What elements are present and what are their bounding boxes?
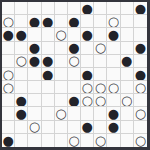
cell-r8c8[interactable]: ○ (94, 94, 107, 107)
cell-r2c11[interactable] (134, 15, 147, 28)
cell-r6c5[interactable] (55, 68, 68, 81)
cell-r5c7[interactable] (81, 55, 94, 68)
cell-r7c6[interactable] (68, 81, 81, 94)
cell-r2c8[interactable] (94, 15, 107, 28)
cell-r2c1[interactable]: ○ (2, 15, 15, 28)
cell-r9c2[interactable]: ● (15, 107, 28, 120)
cell-r2c9[interactable]: ○ (107, 15, 120, 28)
cell-r3c2[interactable]: ● (15, 28, 28, 41)
cell-r5c6[interactable]: ○ (68, 55, 81, 68)
black-pearl: ● (68, 94, 79, 106)
cell-r8c5[interactable] (55, 94, 68, 107)
cell-r7c3[interactable] (28, 81, 41, 94)
cell-r6c8[interactable] (94, 68, 107, 81)
cell-r5c3[interactable]: ● (28, 55, 41, 68)
white-pearl: ○ (55, 28, 66, 40)
cell-r1c10[interactable] (121, 2, 134, 15)
white-pearl: ○ (108, 81, 119, 93)
cell-r7c1[interactable]: ○ (2, 81, 15, 94)
cell-r4c8[interactable]: ○ (94, 42, 107, 55)
white-pearl: ○ (2, 68, 13, 80)
cell-r7c9[interactable]: ○ (107, 81, 120, 94)
cell-r11c8[interactable]: ○ (94, 134, 107, 147)
cell-r9c5[interactable]: ○ (55, 107, 68, 120)
cell-r9c6[interactable] (68, 107, 81, 120)
cell-r10c3[interactable]: ○ (28, 121, 41, 134)
white-pearl: ○ (68, 55, 79, 67)
cell-r4c10[interactable] (121, 42, 134, 55)
cell-r3c7[interactable]: ● (81, 28, 94, 41)
cell-r7c5[interactable] (55, 81, 68, 94)
cell-r7c11[interactable]: ○ (134, 81, 147, 94)
cell-r5c4[interactable]: ● (42, 55, 55, 68)
cell-r8c9[interactable] (107, 94, 120, 107)
black-pearl: ● (42, 55, 53, 67)
cell-r6c6[interactable] (68, 68, 81, 81)
black-pearl: ● (42, 68, 53, 80)
cell-r9c7[interactable] (81, 107, 94, 120)
black-pearl: ● (29, 15, 40, 27)
cell-r10c2[interactable] (15, 121, 28, 134)
cell-r4c5[interactable] (55, 42, 68, 55)
cell-r7c7[interactable]: ○ (81, 81, 94, 94)
cell-r3c6[interactable] (68, 28, 81, 41)
white-pearl: ○ (16, 55, 27, 67)
cell-r5c5[interactable] (55, 55, 68, 68)
cell-r8c2[interactable]: ● (15, 94, 28, 107)
cell-r10c10[interactable] (121, 121, 134, 134)
masyu-board: ●●○●●●○●●○●●●●○●○●●○●○●●●○○○○○●●○○○●○●○○… (0, 0, 150, 150)
black-pearl: ● (68, 15, 79, 27)
cell-r2c6[interactable]: ● (68, 15, 81, 28)
white-pearl: ○ (2, 81, 13, 93)
black-pearl: ● (16, 94, 27, 106)
cell-r7c8[interactable]: ○ (94, 81, 107, 94)
cell-r6c10[interactable] (121, 68, 134, 81)
cell-r5c2[interactable]: ○ (15, 55, 28, 68)
cell-r3c1[interactable]: ● (2, 28, 15, 41)
cell-r10c9[interactable]: ● (107, 121, 120, 134)
white-pearl: ○ (55, 107, 66, 119)
cell-r10c4[interactable] (42, 121, 55, 134)
white-pearl: ○ (29, 121, 40, 133)
cell-r11c7[interactable] (81, 134, 94, 147)
cell-r2c2[interactable] (15, 15, 28, 28)
white-pearl: ○ (95, 42, 106, 54)
cell-r6c1[interactable]: ○ (2, 68, 15, 81)
cell-r11c6[interactable]: ○ (68, 134, 81, 147)
cell-r2c5[interactable] (55, 15, 68, 28)
black-pearl: ● (108, 28, 119, 40)
white-pearl: ○ (121, 94, 132, 106)
cell-r11c9[interactable] (107, 134, 120, 147)
black-pearl: ● (16, 28, 27, 40)
cell-r9c1[interactable] (2, 107, 15, 120)
cell-r4c6[interactable]: ● (68, 42, 81, 55)
cell-r3c10[interactable] (121, 28, 134, 41)
white-pearl: ○ (135, 107, 146, 119)
cell-r8c11[interactable] (134, 94, 147, 107)
black-pearl: ● (29, 55, 40, 67)
cell-r2c10[interactable] (121, 15, 134, 28)
black-pearl: ● (2, 28, 13, 40)
cell-r10c11[interactable] (134, 121, 147, 134)
cell-r7c10[interactable] (121, 81, 134, 94)
cell-r9c3[interactable] (28, 107, 41, 120)
cell-r7c2[interactable] (15, 81, 28, 94)
cell-r8c6[interactable]: ● (68, 94, 81, 107)
black-pearl: ● (108, 121, 119, 133)
cell-r4c11[interactable]: ● (134, 42, 147, 55)
white-pearl: ○ (135, 81, 146, 93)
white-pearl: ○ (135, 134, 146, 147)
cell-r9c8[interactable] (94, 107, 107, 120)
cell-r3c8[interactable] (94, 28, 107, 41)
white-pearl: ○ (95, 134, 106, 147)
black-pearl: ● (108, 107, 119, 119)
cell-r3c11[interactable] (134, 28, 147, 41)
cell-r1c7[interactable]: ● (81, 2, 94, 15)
black-pearl: ● (82, 28, 93, 40)
white-pearl: ○ (82, 81, 93, 93)
black-pearl: ● (121, 55, 132, 67)
cell-r11c3[interactable] (28, 134, 41, 147)
cell-r10c5[interactable] (55, 121, 68, 134)
cell-r3c4[interactable] (42, 28, 55, 41)
cell-r4c9[interactable] (107, 42, 120, 55)
cell-r6c9[interactable] (107, 68, 120, 81)
cell-r1c8[interactable] (94, 2, 107, 15)
cell-r5c8[interactable] (94, 55, 107, 68)
cell-r1c11[interactable]: ● (134, 2, 147, 15)
black-pearl: ● (29, 42, 40, 54)
black-pearl: ● (82, 2, 93, 14)
cell-r4c7[interactable] (81, 42, 94, 55)
cell-r1c2[interactable] (15, 2, 28, 15)
cell-r4c3[interactable]: ● (28, 42, 41, 55)
cell-r4c2[interactable] (15, 42, 28, 55)
cell-r1c6[interactable] (68, 2, 81, 15)
cell-r6c3[interactable] (28, 68, 41, 81)
cell-r8c4[interactable] (42, 94, 55, 107)
black-pearl: ● (82, 121, 93, 133)
cell-r5c10[interactable]: ● (121, 55, 134, 68)
white-pearl: ○ (108, 15, 119, 27)
cell-r11c11[interactable]: ○ (134, 134, 147, 147)
cell-r10c6[interactable] (68, 121, 81, 134)
cell-r11c2[interactable] (15, 134, 28, 147)
cell-r8c7[interactable]: ○ (81, 94, 94, 107)
cell-r9c10[interactable] (121, 107, 134, 120)
cell-r5c11[interactable] (134, 55, 147, 68)
black-pearl: ● (42, 15, 53, 27)
black-pearl: ● (135, 42, 146, 54)
black-pearl: ● (68, 42, 79, 54)
white-pearl: ○ (82, 94, 93, 106)
black-pearl: ● (135, 2, 146, 14)
black-pearl: ● (16, 107, 27, 119)
cell-r6c2[interactable] (15, 68, 28, 81)
cell-r9c11[interactable]: ○ (134, 107, 147, 120)
cell-r1c5[interactable] (55, 2, 68, 15)
black-pearl: ● (2, 134, 13, 147)
cell-r3c9[interactable]: ● (107, 28, 120, 41)
cell-r8c3[interactable] (28, 94, 41, 107)
cell-r11c10[interactable] (121, 134, 134, 147)
cell-r1c3[interactable] (28, 2, 41, 15)
white-pearl: ○ (2, 15, 13, 27)
cell-r8c1[interactable] (2, 94, 15, 107)
cell-r1c4[interactable] (42, 2, 55, 15)
cell-r8c10[interactable]: ○ (121, 94, 134, 107)
cell-r7c4[interactable] (42, 81, 55, 94)
cell-r2c7[interactable] (81, 15, 94, 28)
cell-r10c7[interactable]: ● (81, 121, 94, 134)
cell-r4c1[interactable] (2, 42, 15, 55)
black-pearl: ● (135, 68, 146, 80)
white-pearl: ○ (95, 94, 106, 106)
cell-r5c1[interactable] (2, 55, 15, 68)
cell-r6c11[interactable]: ● (134, 68, 147, 81)
cell-r9c9[interactable]: ● (107, 107, 120, 120)
cell-r3c3[interactable] (28, 28, 41, 41)
cell-r10c8[interactable] (94, 121, 107, 134)
cell-r4c4[interactable] (42, 42, 55, 55)
cell-r10c1[interactable] (2, 121, 15, 134)
cell-r2c3[interactable]: ● (28, 15, 41, 28)
cell-r1c1[interactable] (2, 2, 15, 15)
black-pearl: ● (82, 68, 93, 80)
cell-r6c7[interactable]: ● (81, 68, 94, 81)
cell-r6c4[interactable]: ● (42, 68, 55, 81)
cell-r2c4[interactable]: ● (42, 15, 55, 28)
cell-r9c4[interactable] (42, 107, 55, 120)
cell-r11c1[interactable]: ● (2, 134, 15, 147)
cell-r5c9[interactable] (107, 55, 120, 68)
cell-r3c5[interactable]: ○ (55, 28, 68, 41)
cell-r1c9[interactable] (107, 2, 120, 15)
cell-r11c5[interactable] (55, 134, 68, 147)
cell-r11c4[interactable] (42, 134, 55, 147)
white-pearl: ○ (68, 134, 79, 147)
white-pearl: ○ (95, 81, 106, 93)
